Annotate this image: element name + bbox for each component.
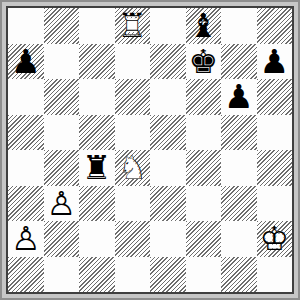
square-g7[interactable] [221, 44, 257, 80]
square-d3[interactable] [115, 186, 151, 222]
square-a6[interactable] [8, 79, 44, 115]
square-a7[interactable]: ♟ [8, 44, 44, 80]
square-a2[interactable]: ♟♙ [8, 221, 44, 257]
square-b7[interactable] [44, 44, 80, 80]
chess-board: ♜♖♝♟♚♟♟♜♞♘♟♙♟♙♚♔ [8, 8, 292, 292]
square-g4[interactable] [221, 150, 257, 186]
piece-white-pawn-a2: ♟♙ [8, 221, 44, 257]
piece-black-bishop-f8: ♝ [186, 8, 222, 44]
square-c1[interactable] [79, 257, 115, 293]
square-c8[interactable] [79, 8, 115, 44]
square-b5[interactable] [44, 115, 80, 151]
square-e4[interactable] [150, 150, 186, 186]
square-a1[interactable] [8, 257, 44, 293]
square-f6[interactable] [186, 79, 222, 115]
square-b3[interactable]: ♟♙ [44, 186, 80, 222]
piece-glyph: ♜ [82, 151, 112, 184]
piece-white-rook-d8: ♜♖ [115, 8, 151, 44]
square-a8[interactable] [8, 8, 44, 44]
square-g3[interactable] [221, 186, 257, 222]
square-d4[interactable]: ♞♘ [115, 150, 151, 186]
square-h4[interactable] [257, 150, 293, 186]
square-g2[interactable] [221, 221, 257, 257]
square-h8[interactable] [257, 8, 293, 44]
piece-glyph: ♚ [188, 45, 218, 78]
square-b2[interactable] [44, 221, 80, 257]
piece-white-king-h2: ♚♔ [257, 221, 293, 257]
square-d8[interactable]: ♜♖ [115, 8, 151, 44]
square-d5[interactable] [115, 115, 151, 151]
board-frame: ♜♖♝♟♚♟♟♜♞♘♟♙♟♙♚♔ [0, 0, 300, 300]
board-inner-border: ♜♖♝♟♚♟♟♜♞♘♟♙♟♙♚♔ [6, 6, 294, 294]
piece-black-pawn-g6: ♟ [221, 79, 257, 115]
square-f1[interactable] [186, 257, 222, 293]
square-e1[interactable] [150, 257, 186, 293]
square-c4[interactable]: ♜ [79, 150, 115, 186]
square-c2[interactable] [79, 221, 115, 257]
square-e7[interactable] [150, 44, 186, 80]
square-g6[interactable]: ♟ [221, 79, 257, 115]
square-e8[interactable] [150, 8, 186, 44]
piece-glyph: ♘ [117, 151, 147, 184]
square-f5[interactable] [186, 115, 222, 151]
square-f2[interactable] [186, 221, 222, 257]
square-h1[interactable] [257, 257, 293, 293]
piece-glyph: ♙ [46, 187, 76, 220]
piece-glyph: ♖ [117, 9, 147, 42]
square-e6[interactable] [150, 79, 186, 115]
square-a4[interactable] [8, 150, 44, 186]
square-f8[interactable]: ♝ [186, 8, 222, 44]
square-h6[interactable] [257, 79, 293, 115]
square-h7[interactable]: ♟ [257, 44, 293, 80]
piece-glyph: ♔ [259, 222, 289, 255]
square-f4[interactable] [186, 150, 222, 186]
piece-glyph: ♟ [259, 45, 289, 78]
square-a5[interactable] [8, 115, 44, 151]
square-c7[interactable] [79, 44, 115, 80]
piece-glyph: ♟ [11, 45, 41, 78]
piece-black-pawn-h7: ♟ [257, 44, 293, 80]
square-b8[interactable] [44, 8, 80, 44]
piece-glyph: ♝ [188, 9, 218, 42]
piece-white-knight-d4: ♞♘ [115, 150, 151, 186]
square-g5[interactable] [221, 115, 257, 151]
piece-glyph: ♟ [224, 80, 254, 113]
square-f7[interactable]: ♚ [186, 44, 222, 80]
square-b4[interactable] [44, 150, 80, 186]
square-d1[interactable] [115, 257, 151, 293]
piece-black-king-f7: ♚ [186, 44, 222, 80]
square-e5[interactable] [150, 115, 186, 151]
square-d6[interactable] [115, 79, 151, 115]
square-c6[interactable] [79, 79, 115, 115]
square-h5[interactable] [257, 115, 293, 151]
square-b6[interactable] [44, 79, 80, 115]
square-e3[interactable] [150, 186, 186, 222]
square-h2[interactable]: ♚♔ [257, 221, 293, 257]
square-e2[interactable] [150, 221, 186, 257]
square-d7[interactable] [115, 44, 151, 80]
square-b1[interactable] [44, 257, 80, 293]
square-f3[interactable] [186, 186, 222, 222]
piece-glyph: ♙ [11, 222, 41, 255]
piece-black-pawn-a7: ♟ [8, 44, 44, 80]
square-a3[interactable] [8, 186, 44, 222]
square-h3[interactable] [257, 186, 293, 222]
square-g1[interactable] [221, 257, 257, 293]
piece-black-rook-c4: ♜ [79, 150, 115, 186]
piece-white-pawn-b3: ♟♙ [44, 186, 80, 222]
square-c5[interactable] [79, 115, 115, 151]
square-d2[interactable] [115, 221, 151, 257]
square-c3[interactable] [79, 186, 115, 222]
square-g8[interactable] [221, 8, 257, 44]
